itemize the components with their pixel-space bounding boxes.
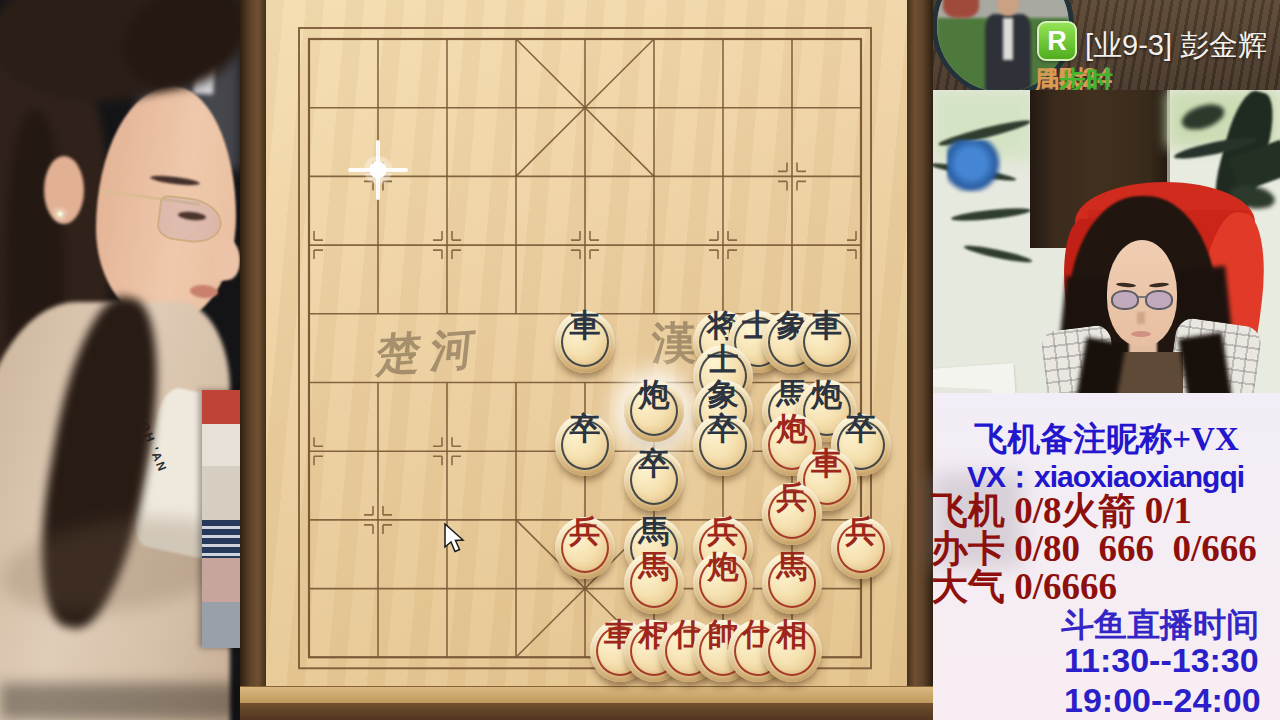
piece-red-f7-r10[interactable]: 相 <box>762 620 822 682</box>
piece-red-f7-r6[interactable]: 兵 <box>762 483 822 545</box>
promo-contact-line: 飞机备注昵称+VX <box>953 417 1260 462</box>
piece-glyph: 相 <box>777 619 808 650</box>
streamer-glasses-lens <box>1145 290 1173 310</box>
piece-black-f3-r3[interactable]: 炮 <box>624 380 684 442</box>
opponent-info-bar: R [业9-3] 彭金辉 局时15:24步时 <box>933 0 1280 90</box>
piece-glyph: 卒 <box>639 448 670 479</box>
poster-segment <box>202 520 240 558</box>
streamer-webcam <box>933 90 1280 393</box>
glasses-bridge <box>1138 296 1146 298</box>
piece-glyph: 車 <box>811 310 842 341</box>
piece-glyph: 兵 <box>708 516 739 547</box>
piece-glyph: 車 <box>811 448 842 479</box>
poster-segment <box>202 466 240 520</box>
poster-segment <box>202 390 240 424</box>
poster-segment <box>202 424 240 466</box>
piece-glyph: 炮 <box>777 413 808 444</box>
pine-branch <box>951 206 1032 223</box>
bottom-shadow <box>0 683 240 720</box>
rank-badge: R <box>1037 21 1077 61</box>
piece-black-f8-r1[interactable]: 車 <box>797 311 857 373</box>
board-frame-left <box>240 0 266 703</box>
piece-glyph: 兵 <box>846 516 877 547</box>
piece-glyph: 卒 <box>846 413 877 444</box>
piece-glyph: 卒 <box>708 413 739 444</box>
piece-glyph: 士 <box>708 344 739 375</box>
schedule-slot-2: 19:00--24:00 <box>1064 681 1261 720</box>
piece-glyph: 卒 <box>570 413 601 444</box>
avatar-flowers <box>943 0 979 18</box>
piece-red-f7-r8[interactable]: 馬 <box>762 552 822 614</box>
left-camera-feed: OH 'AN <box>0 0 240 720</box>
piece-black-f1-r4[interactable]: 卒 <box>555 414 615 476</box>
piece-black-f5-r4[interactable]: 卒 <box>693 414 753 476</box>
avatar-person-shirt <box>1003 18 1013 60</box>
streamer-mouth <box>1131 331 1151 337</box>
poster-stack <box>202 390 240 648</box>
piece-red-f3-r8[interactable]: 馬 <box>624 552 684 614</box>
piece-glyph: 馬 <box>639 516 670 547</box>
piece-glyph: 炮 <box>811 379 842 410</box>
blue-bird-painting <box>947 140 1001 192</box>
right-column: R [业9-3] 彭金辉 局时15:24步时 <box>933 0 1280 720</box>
pine-branch <box>963 243 1033 265</box>
piece-glyph: 馬 <box>777 551 808 582</box>
piece-glyph: 兵 <box>777 482 808 513</box>
poster-segment <box>202 558 240 602</box>
earring <box>56 210 64 218</box>
streamer-glasses-lens <box>1111 290 1139 310</box>
stream-screenshot-root: OH 'AN 楚河 漢界 車将士象車士炮象馬炮卒卒炮卒卒車兵兵馬兵兵馬炮馬車相仕… <box>0 0 1280 720</box>
piece-black-f3-r5[interactable]: 卒 <box>624 449 684 511</box>
piece-red-f5-r8[interactable]: 炮 <box>693 552 753 614</box>
opponent-name: [业9-3] 彭金辉 <box>1085 26 1267 66</box>
streamer-nose <box>1137 312 1145 324</box>
left-woman-nose <box>211 236 240 281</box>
piece-glyph: 象 <box>708 379 739 410</box>
mouse-cursor <box>444 523 470 555</box>
piece-glyph: 馬 <box>639 551 670 582</box>
piece-glyph: 炮 <box>708 551 739 582</box>
desk-front-dark <box>240 703 933 720</box>
xiangqi-board-panel[interactable]: 楚河 漢界 車将士象車士炮象馬炮卒卒炮卒卒車兵兵馬兵兵馬炮馬車相仕帥仕相 <box>240 0 933 720</box>
move-time-label: 步时 <box>1059 63 1113 90</box>
schedule-slot-1: 11:30--13:30 <box>1064 641 1259 680</box>
piece-glyph: 炮 <box>639 379 670 410</box>
piece-red-f1-r7[interactable]: 兵 <box>555 517 615 579</box>
stream-promo-overlay: 飞机备注昵称+VX VX：xiaoxiaoxiangqi 飞机 0/8火箭 0/… <box>933 393 1280 720</box>
poster-segment <box>202 602 240 648</box>
board-frame-right <box>907 0 933 703</box>
left-woman-ear <box>44 156 84 224</box>
piece-glyph: 兵 <box>570 516 601 547</box>
pieces-grid[interactable]: 車将士象車士炮象馬炮卒卒炮卒卒車兵兵馬兵兵馬炮馬車相仕帥仕相 <box>275 6 896 693</box>
piece-red-f9-r7[interactable]: 兵 <box>831 517 891 579</box>
piece-glyph: 車 <box>570 310 601 341</box>
piece-black-f1-r1[interactable]: 車 <box>555 311 615 373</box>
